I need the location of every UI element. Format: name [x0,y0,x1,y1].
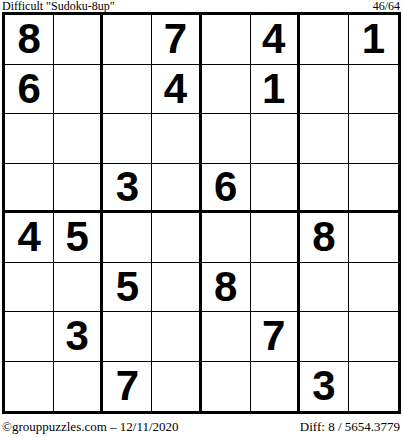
cell-r7c8[interactable] [349,312,398,362]
cell-r8c4[interactable] [152,362,201,412]
cell-r1c8[interactable]: 1 [349,15,398,65]
sudoku-board: 874164136458583773 [2,12,401,414]
cell-r3c1[interactable] [5,114,54,164]
footer: ©grouppuzzles.com – 12/11/2020 Diff: 8 /… [2,420,400,434]
cell-r5c5[interactable] [202,213,251,263]
cell-r3c4[interactable] [152,114,201,164]
cell-r4c2[interactable] [54,164,103,214]
cell-r1c2[interactable] [54,15,103,65]
cell-r6c8[interactable] [349,263,398,313]
cell-r4c8[interactable] [349,164,398,214]
cell-r5c1[interactable]: 4 [5,213,54,263]
cell-r4c1[interactable] [5,164,54,214]
cell-r4c3[interactable]: 3 [103,164,152,214]
cell-r3c7[interactable] [300,114,349,164]
puzzle-counter: 46/64 [373,0,400,12]
cell-r2c4[interactable]: 4 [152,65,201,115]
cell-r7c1[interactable] [5,312,54,362]
cell-r1c7[interactable] [300,15,349,65]
cell-r5c7[interactable]: 8 [300,213,349,263]
cell-r4c6[interactable] [251,164,300,214]
cell-r4c4[interactable] [152,164,201,214]
cell-r3c6[interactable] [251,114,300,164]
cell-r7c4[interactable] [152,312,201,362]
cell-r3c8[interactable] [349,114,398,164]
cell-r8c2[interactable] [54,362,103,412]
cell-r2c5[interactable] [202,65,251,115]
cell-r2c6[interactable]: 1 [251,65,300,115]
cell-r4c5[interactable]: 6 [202,164,251,214]
cell-r1c6[interactable]: 4 [251,15,300,65]
cell-r7c3[interactable] [103,312,152,362]
cell-r3c3[interactable] [103,114,152,164]
cell-r2c2[interactable] [54,65,103,115]
cell-r8c7[interactable]: 3 [300,362,349,412]
cell-r8c6[interactable] [251,362,300,412]
cell-r2c8[interactable] [349,65,398,115]
cell-r5c2[interactable]: 5 [54,213,103,263]
cell-r8c8[interactable] [349,362,398,412]
cell-r5c8[interactable] [349,213,398,263]
cell-r7c5[interactable] [202,312,251,362]
cell-r6c1[interactable] [5,263,54,313]
header: Difficult "Sudoku-8up" 46/64 [2,0,400,12]
page-title: Difficult "Sudoku-8up" [2,0,115,12]
cell-r7c2[interactable]: 3 [54,312,103,362]
cell-r6c7[interactable] [300,263,349,313]
cell-r2c7[interactable] [300,65,349,115]
cell-r5c3[interactable] [103,213,152,263]
cell-r8c1[interactable] [5,362,54,412]
cell-r2c3[interactable] [103,65,152,115]
cell-r6c2[interactable] [54,263,103,313]
cell-r1c1[interactable]: 8 [5,15,54,65]
cell-r6c3[interactable]: 5 [103,263,152,313]
cell-r8c5[interactable] [202,362,251,412]
cell-r1c4[interactable]: 7 [152,15,201,65]
cell-r2c1[interactable]: 6 [5,65,54,115]
cell-r4c7[interactable] [300,164,349,214]
cell-r5c4[interactable] [152,213,201,263]
cell-r1c5[interactable] [202,15,251,65]
cell-r7c6[interactable]: 7 [251,312,300,362]
copyright-date: ©grouppuzzles.com – 12/11/2020 [2,420,179,434]
cell-r5c6[interactable] [251,213,300,263]
cell-r3c5[interactable] [202,114,251,164]
cell-r7c7[interactable] [300,312,349,362]
cell-r1c3[interactable] [103,15,152,65]
cell-r6c4[interactable] [152,263,201,313]
sudoku-page: Difficult "Sudoku-8up" 46/64 87416413645… [0,0,403,437]
cell-r6c5[interactable]: 8 [202,263,251,313]
difficulty-rating: Diff: 8 / 5654.3779 [300,420,400,434]
cell-r6c6[interactable] [251,263,300,313]
cell-r8c3[interactable]: 7 [103,362,152,412]
cell-r3c2[interactable] [54,114,103,164]
